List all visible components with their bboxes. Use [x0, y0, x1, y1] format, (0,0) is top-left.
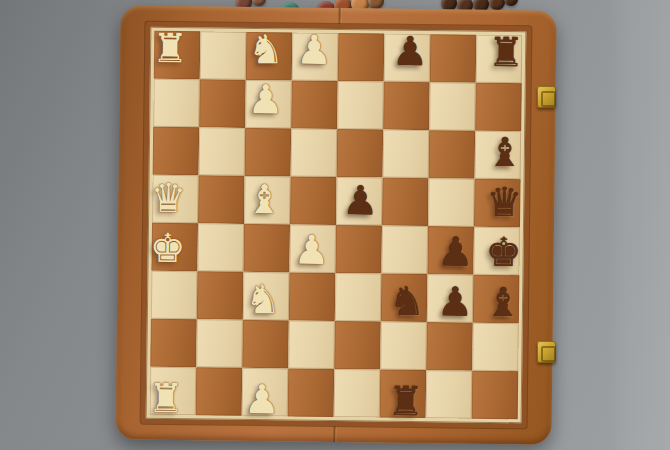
board-square-c8[interactable]: ♝	[475, 131, 522, 180]
piece-white-knight[interactable]: ♞	[240, 275, 287, 324]
board-square-c6[interactable]	[383, 130, 430, 179]
board-square-a6[interactable]: ♟	[384, 34, 431, 83]
piece-white-pawn[interactable]: ♟	[288, 225, 335, 274]
board-square-h4[interactable]	[288, 368, 335, 417]
board-square-d8[interactable]: ♛	[474, 179, 521, 228]
board-square-b2[interactable]	[199, 79, 246, 128]
board-square-h7[interactable]	[426, 370, 473, 419]
board-square-h6[interactable]: ♜	[380, 370, 427, 419]
board-square-g5[interactable]	[334, 321, 381, 370]
board-square-b3[interactable]: ♟	[245, 80, 292, 129]
piece-black-queen[interactable]: ♛	[481, 178, 528, 227]
board-square-d1[interactable]: ♛	[152, 175, 199, 224]
board-square-c3[interactable]	[245, 128, 292, 177]
board-square-f7[interactable]: ♟	[427, 274, 474, 323]
board-play-area: ♜♞♟♟♜♟♝♛♝♟♛♚♟♟♚♞♞♟♝♜♟♜	[146, 27, 527, 424]
piece-black-pawn[interactable]: ♟	[432, 227, 479, 276]
board-square-g7[interactable]	[426, 322, 473, 371]
board-square-e4[interactable]: ♟	[289, 224, 336, 273]
board-square-b8[interactable]	[475, 83, 522, 132]
piece-white-pawn[interactable]: ♟	[239, 375, 286, 424]
piece-white-pawn[interactable]: ♟	[291, 25, 338, 74]
board-square-f2[interactable]	[197, 271, 244, 320]
piece-white-knight[interactable]: ♞	[243, 25, 290, 74]
bead	[489, 0, 505, 10]
board-grid: ♜♞♟♟♜♟♝♛♝♟♛♚♟♟♚♞♞♟♝♜♟♜	[150, 31, 523, 419]
piece-white-king[interactable]: ♚	[144, 224, 191, 273]
board-square-c4[interactable]	[291, 128, 338, 177]
piece-black-knight[interactable]: ♞	[384, 277, 431, 326]
board-square-d5[interactable]: ♟	[336, 177, 383, 226]
piece-white-pawn[interactable]: ♟	[242, 75, 289, 124]
board-square-b5[interactable]	[337, 81, 384, 130]
board-square-d7[interactable]	[428, 178, 475, 227]
board-square-e1[interactable]: ♚	[151, 223, 198, 272]
board-square-b4[interactable]	[291, 80, 338, 129]
board-square-c7[interactable]	[429, 130, 476, 179]
piece-white-rook[interactable]: ♜	[143, 374, 190, 423]
board-square-g3[interactable]	[242, 320, 289, 369]
board-square-h3[interactable]: ♟	[242, 368, 289, 417]
board-square-d6[interactable]	[382, 178, 429, 227]
board-square-a7[interactable]	[430, 34, 477, 83]
board-square-c2[interactable]	[199, 127, 246, 176]
piece-black-rook[interactable]: ♜	[483, 28, 530, 77]
board-square-g2[interactable]	[196, 319, 243, 368]
brass-latch-top[interactable]	[537, 86, 556, 108]
board-square-b1[interactable]	[153, 79, 200, 128]
board-square-g1[interactable]	[150, 319, 197, 368]
board-square-g4[interactable]	[288, 320, 335, 369]
board-square-a2[interactable]	[200, 31, 247, 80]
board-square-h1[interactable]: ♜	[150, 367, 197, 416]
board-square-e3[interactable]	[243, 224, 290, 273]
board-square-f3[interactable]: ♞	[243, 272, 290, 321]
board-square-b7[interactable]	[429, 82, 476, 131]
board-square-f1[interactable]	[151, 271, 198, 320]
piece-white-queen[interactable]: ♛	[145, 174, 192, 223]
board-square-d2[interactable]	[198, 175, 245, 224]
brass-latch-bottom[interactable]	[537, 341, 556, 363]
board-square-g6[interactable]	[380, 322, 427, 371]
board-square-h5[interactable]	[334, 369, 381, 418]
piece-black-pawn[interactable]: ♟	[387, 27, 434, 76]
table-surface: ♜♞♟♟♜♟♝♛♝♟♛♚♟♟♚♞♞♟♝♜♟♜	[0, 0, 670, 450]
board-square-a3[interactable]: ♞	[246, 32, 293, 81]
piece-black-rook[interactable]: ♜	[383, 377, 430, 426]
bead	[504, 0, 518, 6]
board-square-a5[interactable]	[338, 33, 385, 82]
board-square-e8[interactable]: ♚	[473, 227, 520, 276]
piece-black-bishop[interactable]: ♝	[480, 278, 527, 327]
board-square-c5[interactable]	[337, 129, 384, 178]
piece-black-pawn[interactable]: ♟	[337, 176, 384, 225]
board-square-h2[interactable]	[196, 367, 243, 416]
board-square-d3[interactable]: ♝	[244, 176, 291, 225]
board-square-f8[interactable]: ♝	[473, 275, 520, 324]
board-square-e2[interactable]	[197, 223, 244, 272]
piece-black-pawn[interactable]: ♟	[432, 277, 479, 326]
board-square-h8[interactable]	[472, 371, 519, 420]
board-square-c1[interactable]	[153, 127, 200, 176]
board-square-b6[interactable]	[383, 82, 430, 131]
board-square-g8[interactable]	[472, 323, 519, 372]
board-square-a4[interactable]: ♟	[292, 32, 339, 81]
board-square-d4[interactable]	[290, 176, 337, 225]
piece-white-bishop[interactable]: ♝	[241, 175, 288, 224]
board-square-e5[interactable]	[335, 225, 382, 274]
piece-black-king[interactable]: ♚	[480, 228, 527, 277]
board-square-f5[interactable]	[335, 273, 382, 322]
board-square-a8[interactable]: ♜	[476, 35, 523, 84]
board-square-a1[interactable]: ♜	[154, 31, 201, 80]
board-square-e6[interactable]	[381, 226, 428, 275]
board-square-f4[interactable]	[289, 272, 336, 321]
piece-black-bishop[interactable]: ♝	[482, 128, 529, 177]
chess-board: ♜♞♟♟♜♟♝♛♝♟♛♚♟♟♚♞♞♟♝♜♟♜	[115, 5, 556, 444]
bead	[252, 0, 266, 6]
piece-white-rook[interactable]: ♜	[147, 24, 194, 73]
board-square-e7[interactable]: ♟	[427, 226, 474, 275]
board-square-f6[interactable]: ♞	[381, 274, 428, 323]
